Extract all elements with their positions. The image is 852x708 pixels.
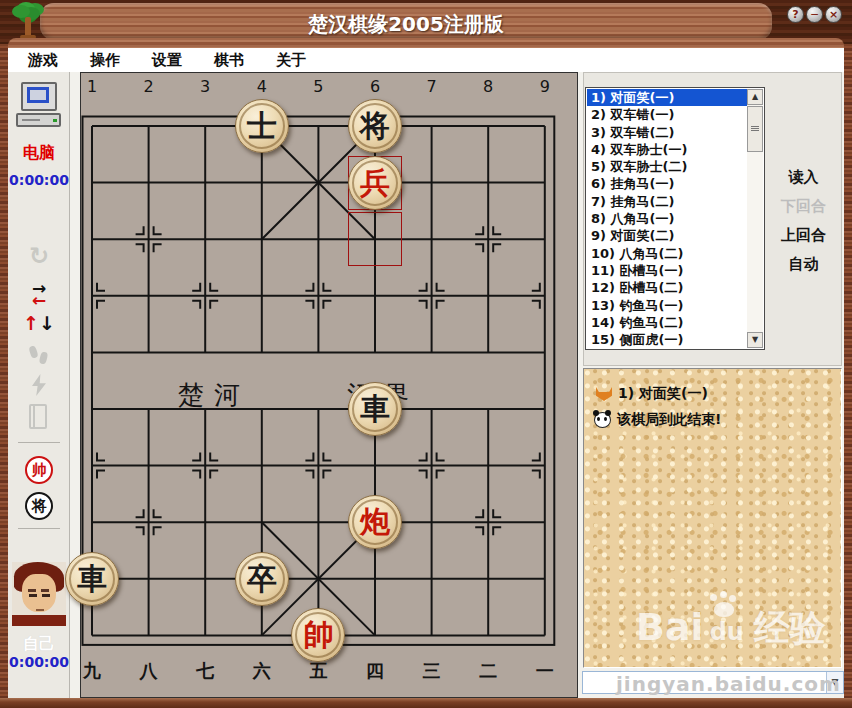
file-label-top: 1 [80,77,104,96]
scroll-down-icon[interactable]: ▼ [747,332,763,348]
piece-black-将[interactable]: 将 [348,99,402,153]
menu-bar: 游戏操作设置棋书关于 [8,48,844,72]
list-item[interactable]: 11) 卧槽马(一) [587,262,748,279]
list-item[interactable]: 12) 卧槽马(二) [587,279,748,296]
list-item[interactable]: 3) 双车错(二) [587,124,748,141]
svg-text:楚河: 楚河 [178,380,250,410]
xiangqi-board[interactable]: 楚河汉界123456789九八七六五四三二一士将兵車炮車卒帥 [80,72,578,698]
player-label: 自己 [8,634,70,655]
flip-updown-icon[interactable]: ↑↓ [8,312,70,334]
list-item[interactable]: 15) 侧面虎(一) [587,331,748,348]
black-general-button[interactable]: 将 [25,492,53,520]
book-icon[interactable] [29,404,47,429]
list-scrollbar[interactable]: ▲ ▼ [747,89,763,348]
list-item[interactable]: 14) 钓鱼马(二) [587,314,748,331]
list-item[interactable]: 7) 挂角马(二) [587,193,748,210]
window-frame: 楚汉棋缘2005注册版 ? ─ × 游戏操作设置棋书关于 电脑 0:00:00 … [0,0,852,708]
menu-item-设置[interactable]: 设置 [152,51,182,70]
list-item[interactable]: 13) 钓鱼马(一) [587,297,748,314]
button-下回合: 下回合 [781,197,826,216]
opponent-timer: 0:00:00 [8,172,70,188]
piece-black-車[interactable]: 車 [348,382,402,436]
list-item[interactable]: 4) 双车胁士(一) [587,141,748,158]
file-label-top: 9 [533,77,557,96]
close-button[interactable]: × [825,6,842,23]
list-item[interactable]: 1) 对面笑(一) [587,89,748,106]
piece-black-卒[interactable]: 卒 [235,552,289,606]
title-banner: 楚汉棋缘2005注册版 [40,3,772,40]
last-move-highlight [348,212,402,266]
player-timer: 0:00:00 [8,654,70,670]
list-item[interactable]: 2) 双车错(一) [587,106,748,123]
nav-buttons: 读入下回合上回合自动 [765,160,842,274]
board-grid: 楚河汉界 [81,73,579,699]
file-label-bottom: 六 [250,659,274,683]
file-label-bottom: 四 [363,659,387,683]
footsteps-icon[interactable] [29,346,49,366]
file-label-top: 8 [476,77,500,96]
button-上回合[interactable]: 上回合 [781,226,826,245]
window-edge [0,698,852,708]
message-title: 1) 对面笑(一) [618,385,708,403]
file-label-bottom: 五 [306,659,330,683]
fox-icon [596,387,612,401]
window-edge [844,44,852,708]
help-button[interactable]: ? [787,6,804,23]
menu-item-游戏[interactable]: 游戏 [28,51,58,70]
scroll-up-icon[interactable]: ▲ [747,89,763,105]
red-general-button[interactable]: 帅 [25,456,53,484]
piece-black-士[interactable]: 士 [235,99,289,153]
message-line-1: 1) 对面笑(一) [596,385,708,403]
baidu-watermark: Bai du 经验 [636,594,826,646]
list-item[interactable]: 10) 八角马(二) [587,245,748,262]
button-自动[interactable]: 自动 [789,255,819,274]
message-text: 该棋局到此结束! [617,411,721,429]
panda-icon [594,412,611,428]
left-sidebar: 电脑 0:00:00 ↻ →← ↑↓ 帅 将 自己 0:00:00 [8,72,70,698]
list-item[interactable]: 9) 对面笑(二) [587,227,748,244]
player-avatar [12,562,66,626]
sidebar-divider [18,528,60,529]
rotate-board-icon[interactable]: ↻ [8,242,70,270]
endgame-listbox: 1) 对面笑(一)2) 双车错(一)3) 双车错(二)4) 双车胁士(一)5) … [585,87,765,350]
file-label-top: 2 [137,77,161,96]
file-label-bottom: 七 [193,659,217,683]
file-label-bottom: 九 [80,659,104,683]
list-item[interactable]: 8) 八角马(一) [587,210,748,227]
computer-icon [15,82,63,134]
watermark-url: jingyan.baidu.com [616,672,826,696]
file-label-top: 5 [306,77,330,96]
file-label-top: 6 [363,77,387,96]
file-label-top: 3 [193,77,217,96]
list-item[interactable]: 5) 双车胁士(二) [587,158,748,175]
sidebar-divider [18,442,60,443]
file-label-bottom: 三 [420,659,444,683]
scrollbar-thumb[interactable] [747,106,763,152]
inner-frame-band [8,38,844,48]
file-label-bottom: 二 [476,659,500,683]
menu-item-棋书[interactable]: 棋书 [214,51,244,70]
file-label-top: 7 [420,77,444,96]
paw-icon [710,594,717,601]
minimize-button[interactable]: ─ [806,6,823,23]
endgame-list: 1) 对面笑(一)2) 双车错(一)3) 双车错(二)4) 双车胁士(一)5) … [587,89,748,348]
button-读入[interactable]: 读入 [789,168,819,187]
file-label-top: 4 [250,77,274,96]
piece-red-炮[interactable]: 炮 [348,495,402,549]
piece-black-車[interactable]: 車 [65,552,119,606]
window-title: 楚汉棋缘2005注册版 [40,11,772,38]
message-line-2: 该棋局到此结束! [594,411,721,429]
list-item[interactable]: 6) 挂角马(一) [587,175,748,192]
piece-red-兵[interactable]: 兵 [348,156,402,210]
menu-item-关于[interactable]: 关于 [276,51,306,70]
file-label-bottom: 一 [533,659,557,683]
window-edge [0,44,8,708]
swap-sides-icon[interactable]: →← [8,282,70,306]
lightning-icon[interactable] [32,374,46,396]
opponent-label: 电脑 [8,143,70,164]
tree-logo-icon [8,2,50,42]
file-label-bottom: 八 [137,659,161,683]
menu-item-操作[interactable]: 操作 [90,51,120,70]
